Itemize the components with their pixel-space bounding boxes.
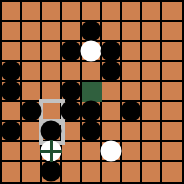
- board-cell[interactable]: [122, 22, 142, 42]
- board-cell[interactable]: [62, 62, 82, 82]
- white-stone: [101, 141, 122, 162]
- board-cell[interactable]: [2, 22, 22, 42]
- board-cell[interactable]: [162, 42, 182, 62]
- black-stone: [41, 121, 62, 142]
- black-stone: [121, 101, 142, 122]
- black-stone: [61, 101, 82, 122]
- black-stone: [81, 21, 102, 42]
- board-cell[interactable]: [2, 42, 22, 62]
- board-cell[interactable]: [122, 62, 142, 82]
- game-board: [0, 0, 184, 184]
- black-stone: [1, 121, 22, 142]
- board-cell[interactable]: [142, 142, 162, 162]
- board-cell[interactable]: [22, 22, 42, 42]
- board-cell[interactable]: [142, 102, 162, 122]
- board-cell[interactable]: [82, 142, 102, 162]
- board-cell[interactable]: [62, 2, 82, 22]
- board-cell[interactable]: [42, 122, 62, 142]
- board-cell[interactable]: [162, 2, 182, 22]
- black-stone: [61, 41, 82, 62]
- board-cell[interactable]: [42, 22, 62, 42]
- black-stone: [101, 61, 122, 82]
- board-cell[interactable]: [22, 42, 42, 62]
- board-cell[interactable]: [122, 2, 142, 22]
- board-cell[interactable]: [42, 62, 62, 82]
- board-cell[interactable]: [82, 22, 102, 42]
- board-cell[interactable]: [62, 122, 82, 142]
- board-cell[interactable]: [22, 142, 42, 162]
- board-cell[interactable]: [62, 82, 82, 102]
- board-cell[interactable]: [62, 162, 82, 182]
- board-cell[interactable]: [102, 102, 122, 122]
- board-cell[interactable]: [142, 82, 162, 102]
- board-cell[interactable]: [122, 122, 142, 142]
- board-cell[interactable]: [82, 122, 102, 142]
- board-cell[interactable]: [42, 162, 62, 182]
- board-cell[interactable]: [122, 42, 142, 62]
- cross-marker: [40, 150, 62, 153]
- board-cell[interactable]: [82, 102, 102, 122]
- board-cell[interactable]: [142, 2, 162, 22]
- black-stone: [21, 101, 42, 122]
- board-cell[interactable]: [2, 142, 22, 162]
- board-cell[interactable]: [2, 122, 22, 142]
- black-stone: [1, 81, 22, 102]
- board-cell[interactable]: [62, 142, 82, 162]
- board-cell[interactable]: [162, 22, 182, 42]
- board-cell[interactable]: [102, 122, 122, 142]
- board-cell[interactable]: [82, 42, 102, 62]
- black-stone: [61, 81, 82, 102]
- board-cell[interactable]: [162, 102, 182, 122]
- black-stone: [81, 101, 102, 122]
- board-cell[interactable]: [22, 62, 42, 82]
- board-cell[interactable]: [102, 2, 122, 22]
- board-cell[interactable]: [102, 62, 122, 82]
- board-cell[interactable]: [2, 102, 22, 122]
- board-cell[interactable]: [42, 2, 62, 22]
- board-cell[interactable]: [162, 142, 182, 162]
- board-cell[interactable]: [122, 142, 142, 162]
- board-cell[interactable]: [62, 102, 82, 122]
- board-cell[interactable]: [2, 2, 22, 22]
- board-cell[interactable]: [102, 42, 122, 62]
- board-cell[interactable]: [42, 42, 62, 62]
- board-cell[interactable]: [142, 62, 162, 82]
- board-cell[interactable]: [2, 62, 22, 82]
- green-square-marker: [82, 82, 102, 102]
- black-stone: [101, 41, 122, 62]
- white-stone: [81, 41, 102, 62]
- board-cell[interactable]: [122, 82, 142, 102]
- board-cell[interactable]: [142, 22, 162, 42]
- board-cell[interactable]: [82, 162, 102, 182]
- board-cell[interactable]: [102, 142, 122, 162]
- board-cell[interactable]: [162, 162, 182, 182]
- board-cell[interactable]: [2, 162, 22, 182]
- board-cell[interactable]: [142, 122, 162, 142]
- board-cell[interactable]: [162, 62, 182, 82]
- board-cell[interactable]: [82, 2, 102, 22]
- board-cell[interactable]: [142, 42, 162, 62]
- board-cell[interactable]: [122, 162, 142, 182]
- board-cell[interactable]: [122, 102, 142, 122]
- board-cell[interactable]: [162, 122, 182, 142]
- board-cell[interactable]: [102, 22, 122, 42]
- board-cell[interactable]: [2, 82, 22, 102]
- board-cell[interactable]: [22, 2, 42, 22]
- black-stone: [81, 121, 102, 142]
- black-stone: [1, 61, 22, 82]
- black-stone: [41, 161, 62, 182]
- board-cell[interactable]: [62, 22, 82, 42]
- board-cell[interactable]: [42, 142, 62, 162]
- board-cell[interactable]: [102, 82, 122, 102]
- board-cell[interactable]: [82, 62, 102, 82]
- board-cell[interactable]: [102, 162, 122, 182]
- board-cell[interactable]: [22, 162, 42, 182]
- board-cell[interactable]: [82, 82, 102, 102]
- board-cell[interactable]: [162, 82, 182, 102]
- board-cell[interactable]: [62, 42, 82, 62]
- board-cell[interactable]: [142, 162, 162, 182]
